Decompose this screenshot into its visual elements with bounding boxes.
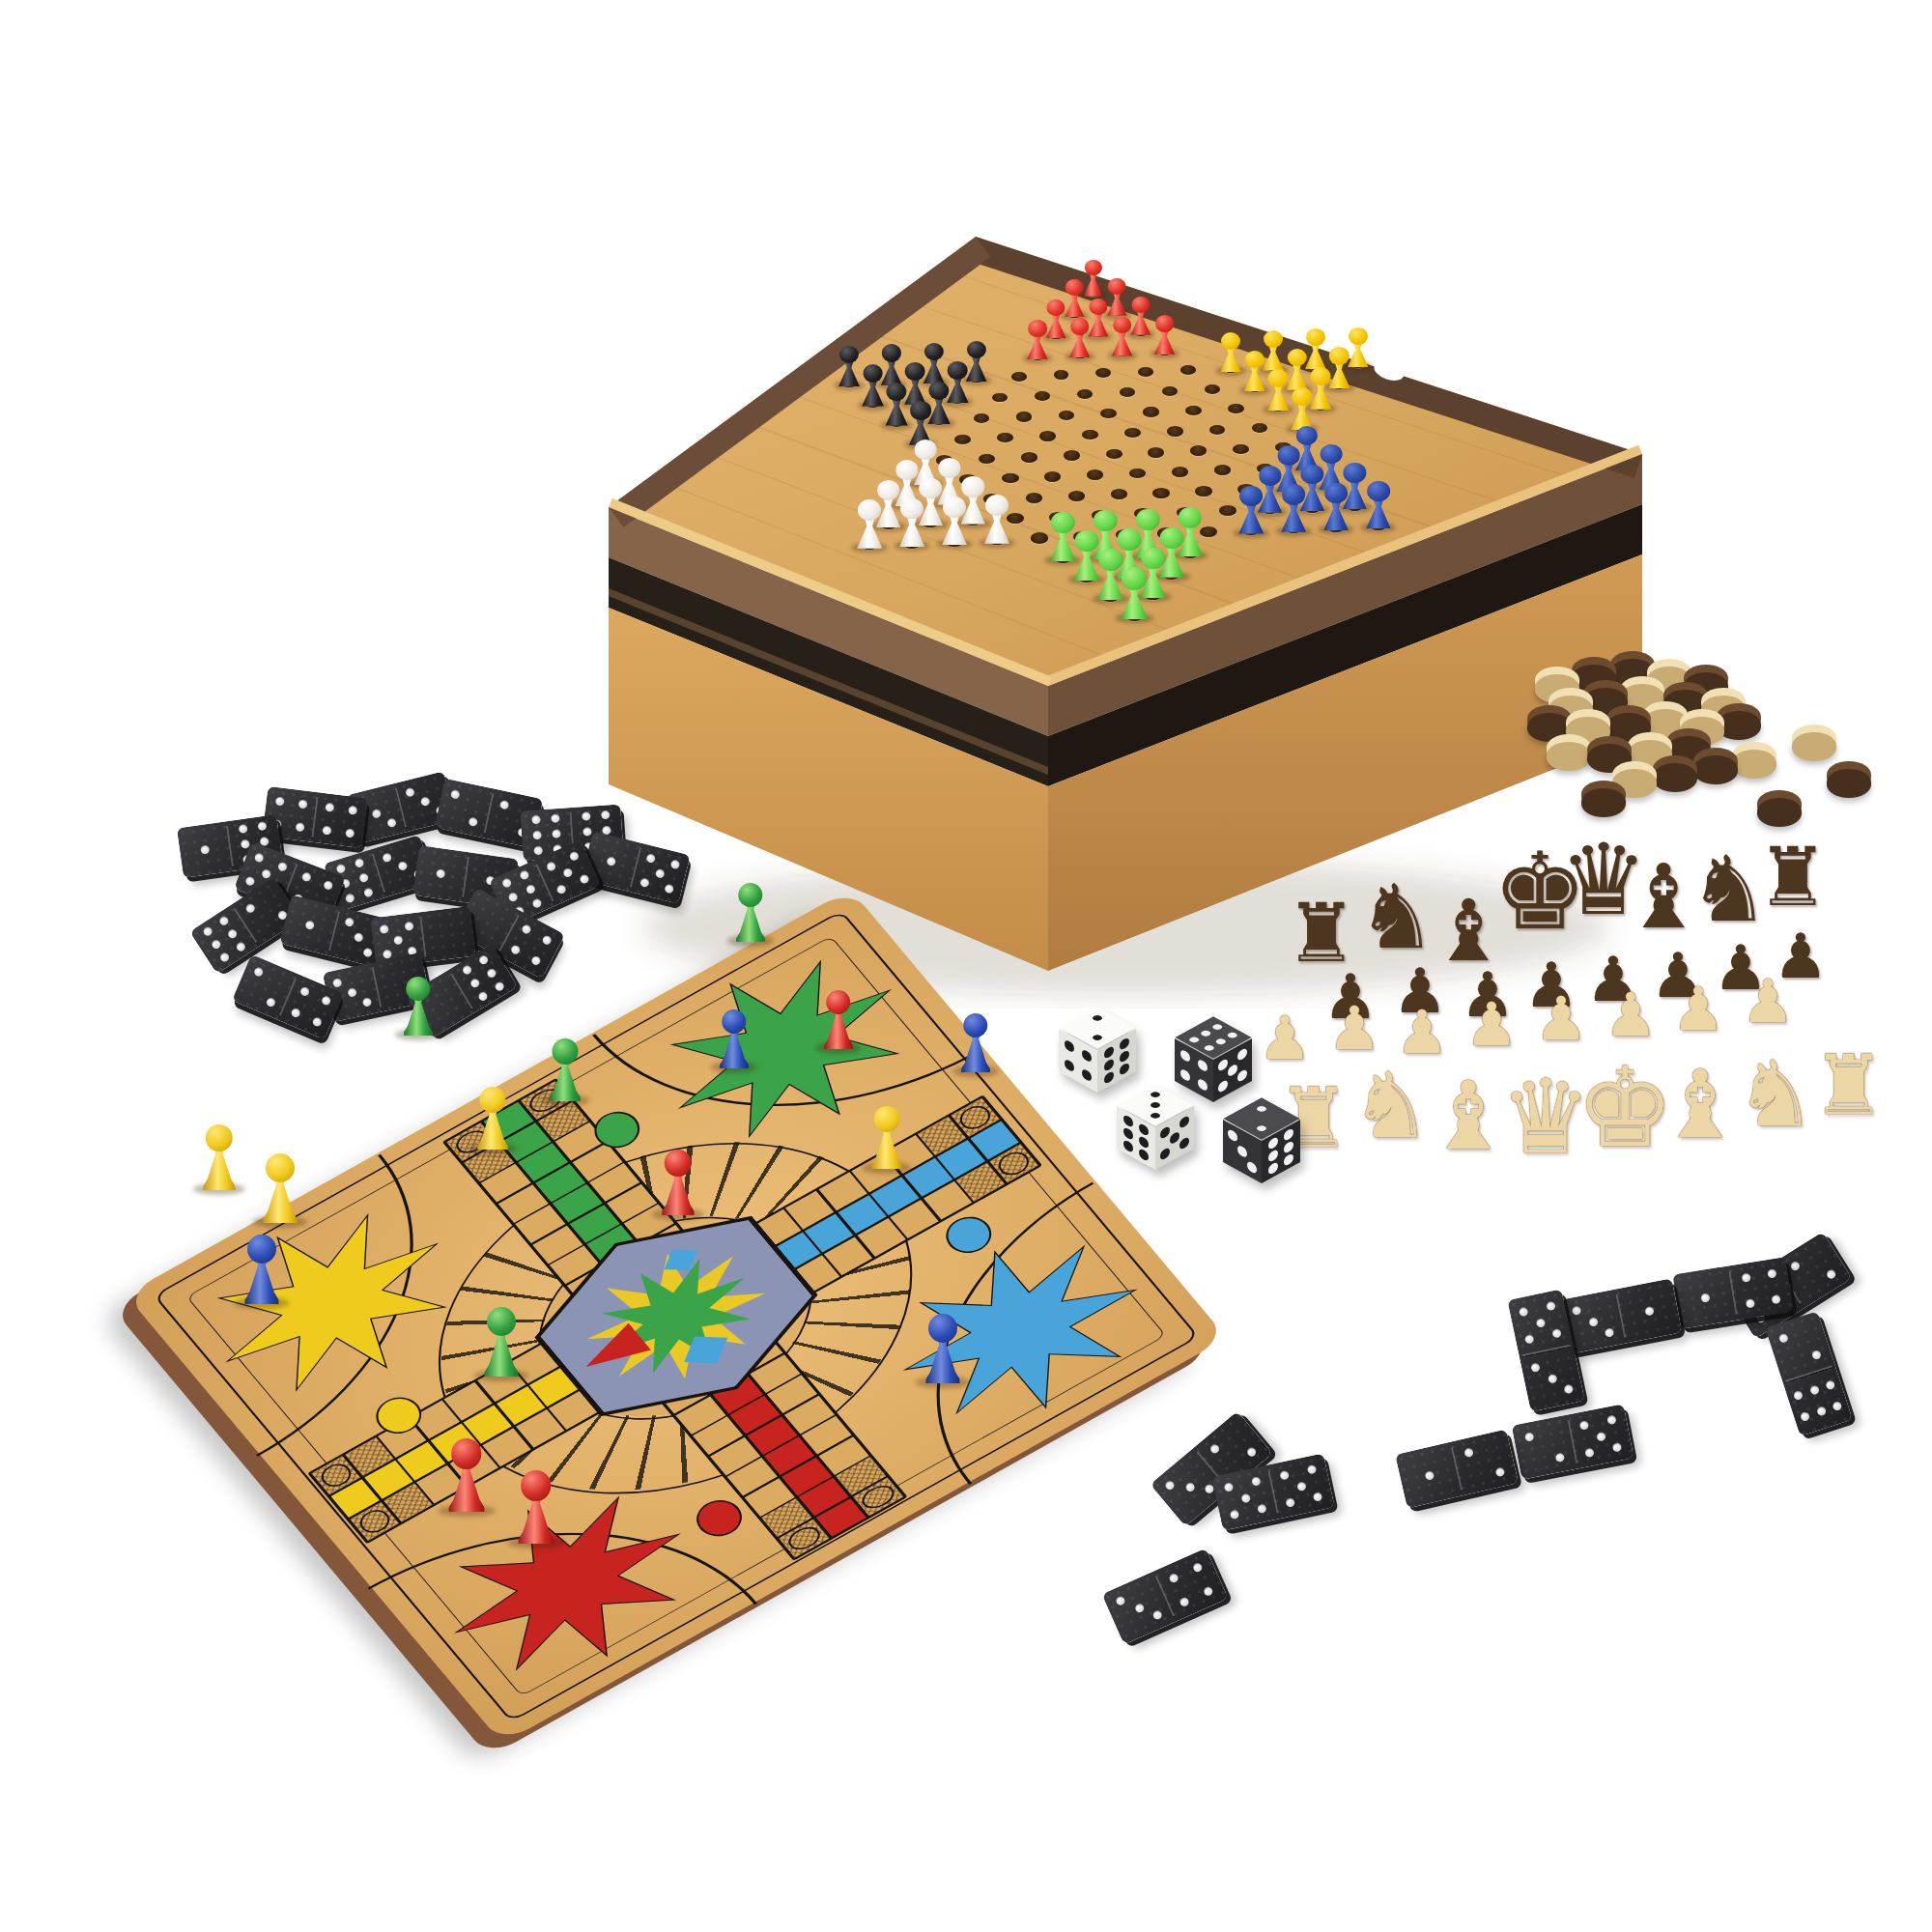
domino-pip bbox=[521, 923, 532, 935]
ludo-pawn-blue[interactable] bbox=[719, 1009, 750, 1068]
ludo-pawn-yellow[interactable] bbox=[476, 1087, 509, 1150]
peg-head bbox=[1324, 483, 1348, 503]
domino-pip bbox=[1808, 1384, 1819, 1395]
domino-pip bbox=[1824, 1379, 1834, 1390]
peg-head bbox=[1094, 510, 1117, 531]
domino-pip bbox=[510, 944, 522, 955]
peg-head bbox=[1311, 367, 1331, 385]
die-pip bbox=[1065, 1058, 1074, 1072]
peg-head bbox=[863, 364, 883, 383]
peg-head bbox=[1259, 466, 1281, 486]
peg-head bbox=[985, 495, 1009, 516]
die-pip bbox=[1149, 1091, 1162, 1098]
domino-pip bbox=[371, 809, 382, 819]
domino-pip bbox=[393, 935, 403, 945]
domino-pip bbox=[469, 978, 480, 989]
board-hole bbox=[1035, 391, 1050, 401]
checkers-disc-dark[interactable] bbox=[1581, 788, 1626, 817]
peg-red[interactable] bbox=[1153, 315, 1176, 355]
chess-piece-light-pawn[interactable]: ♟ bbox=[1534, 989, 1588, 1049]
checkers-disc-dark[interactable] bbox=[1527, 713, 1572, 742]
peg-black[interactable] bbox=[908, 401, 933, 444]
domino-pip bbox=[1596, 1431, 1606, 1441]
die-pip bbox=[1247, 1160, 1257, 1175]
peg-head bbox=[1264, 330, 1283, 348]
peg-head bbox=[895, 460, 918, 480]
peg-head bbox=[910, 401, 931, 420]
domino-pip bbox=[362, 948, 373, 958]
die-pip bbox=[1104, 1058, 1114, 1072]
chess-piece-light-knight[interactable]: ♞ bbox=[1350, 1061, 1432, 1151]
die-pip bbox=[1237, 1068, 1247, 1083]
chess-piece-light-pawn[interactable]: ♟ bbox=[1327, 999, 1381, 1059]
domino-pip bbox=[664, 884, 674, 895]
domino-pip bbox=[1831, 1401, 1841, 1411]
peg-red[interactable] bbox=[1068, 318, 1091, 357]
checkers-disc-dark[interactable] bbox=[1693, 755, 1738, 784]
board-hole bbox=[1162, 386, 1178, 396]
domino-pip bbox=[1151, 1608, 1163, 1620]
board-hole bbox=[1068, 491, 1086, 501]
domino-pip bbox=[1563, 1384, 1574, 1395]
domino-pip bbox=[275, 796, 285, 806]
die-pip bbox=[1284, 1152, 1293, 1167]
domino-pip bbox=[499, 800, 510, 810]
peg-head bbox=[1131, 297, 1150, 313]
domino-half bbox=[1568, 1404, 1634, 1468]
die-black-4[interactable] bbox=[1221, 1088, 1337, 1196]
peg-head bbox=[858, 499, 881, 521]
domino-pip bbox=[358, 872, 369, 883]
peg-head bbox=[1282, 484, 1305, 504]
peg-head bbox=[1159, 527, 1183, 549]
pawn-head bbox=[451, 1438, 482, 1469]
peg-head bbox=[1292, 387, 1312, 406]
domino-pip bbox=[531, 897, 543, 909]
ludo-pawn-yellow[interactable] bbox=[870, 1106, 903, 1169]
peg-head bbox=[1296, 426, 1318, 445]
domino-pip bbox=[530, 954, 542, 966]
peg-black[interactable] bbox=[838, 346, 861, 387]
domino-pip bbox=[582, 812, 591, 822]
board-hole bbox=[1044, 471, 1061, 482]
domino-pip bbox=[1547, 1374, 1557, 1384]
peg-blue[interactable] bbox=[1237, 486, 1264, 534]
die-pip bbox=[1123, 1139, 1133, 1153]
domino-pip bbox=[265, 997, 276, 1009]
domino-half bbox=[420, 906, 476, 962]
peg-blue[interactable] bbox=[1280, 484, 1307, 532]
die-pip bbox=[1160, 1147, 1170, 1161]
die-pip bbox=[1198, 1058, 1207, 1072]
domino-pip bbox=[486, 967, 497, 979]
ludo-pawn-blue[interactable] bbox=[243, 1235, 280, 1304]
domino-pip bbox=[382, 852, 392, 863]
ludo-pawn-yellow[interactable] bbox=[202, 1124, 237, 1190]
domino-pip bbox=[362, 997, 373, 1008]
board-hole bbox=[1205, 384, 1220, 394]
chess-piece-light-queen[interactable]: ♛ bbox=[1499, 1066, 1591, 1169]
peg-head bbox=[915, 440, 937, 459]
domino-pip bbox=[344, 893, 355, 903]
domino-pip bbox=[322, 826, 331, 836]
domino-pip bbox=[1313, 1491, 1323, 1501]
domino-pip bbox=[200, 845, 210, 855]
domino-pip bbox=[1463, 1447, 1474, 1458]
domino-pip bbox=[507, 892, 519, 903]
domino-pip bbox=[323, 880, 334, 892]
checkers-disc-light[interactable] bbox=[1792, 732, 1836, 761]
domino-pip bbox=[1164, 1479, 1177, 1492]
domino-pip bbox=[1530, 1362, 1541, 1373]
peg-white[interactable] bbox=[898, 498, 925, 547]
peg-head bbox=[1136, 509, 1159, 530]
ludo-pawn-red[interactable] bbox=[661, 1150, 696, 1215]
peg-head bbox=[877, 480, 900, 500]
peg-red[interactable] bbox=[1111, 317, 1133, 356]
peg-head bbox=[1085, 260, 1102, 275]
domino-pip bbox=[1519, 1306, 1529, 1317]
domino-pip bbox=[1307, 1464, 1318, 1475]
domino-half bbox=[1729, 1257, 1794, 1321]
board-hole bbox=[1026, 493, 1043, 503]
peg-red[interactable] bbox=[1083, 260, 1104, 297]
chess-piece-light-pawn[interactable]: ♟ bbox=[1671, 980, 1725, 1039]
domino-pip bbox=[1793, 1389, 1804, 1400]
peg-head bbox=[938, 458, 960, 478]
peg-head bbox=[1301, 465, 1323, 485]
domino-pip bbox=[397, 861, 408, 871]
domino-pip bbox=[321, 995, 332, 1007]
peg-head bbox=[1155, 315, 1175, 332]
peg-head bbox=[1028, 320, 1047, 337]
die-pip bbox=[1179, 1115, 1189, 1129]
domino-pip bbox=[296, 822, 305, 832]
pawn-head bbox=[665, 1150, 693, 1178]
domino-pip bbox=[1644, 1305, 1655, 1316]
ludo-pawn-blue[interactable] bbox=[960, 1013, 991, 1072]
board-hole bbox=[1011, 372, 1027, 382]
domino-pip bbox=[450, 789, 461, 800]
domino-half bbox=[412, 845, 469, 902]
domino-pip bbox=[1279, 1470, 1290, 1481]
checkers-disc-dark[interactable] bbox=[1587, 744, 1632, 773]
die-pip bbox=[1226, 1032, 1239, 1039]
board-hole bbox=[1148, 447, 1164, 457]
domino-pip bbox=[253, 852, 265, 864]
domino-pip bbox=[363, 887, 374, 897]
domino-pip bbox=[478, 954, 490, 966]
ludo-pawn-red[interactable] bbox=[447, 1438, 486, 1512]
domino-pip bbox=[210, 939, 221, 951]
chess-piece-dark-king[interactable]: ♚ bbox=[1492, 838, 1588, 945]
peg-head bbox=[967, 341, 986, 358]
ludo-pawn-yellow[interactable] bbox=[262, 1153, 298, 1223]
peg-head bbox=[1306, 328, 1325, 346]
domino-pip bbox=[655, 868, 666, 879]
board-hole bbox=[1195, 486, 1212, 497]
peg-head bbox=[1367, 481, 1390, 501]
board-hole bbox=[1031, 532, 1048, 543]
board-hole bbox=[1180, 365, 1196, 375]
peg-yellow[interactable] bbox=[1266, 369, 1291, 412]
die-pip bbox=[1268, 1135, 1278, 1150]
die-pip bbox=[1268, 1161, 1278, 1176]
peg-head bbox=[1113, 317, 1132, 334]
die-pip bbox=[1149, 1101, 1162, 1109]
board-hole bbox=[1106, 449, 1122, 460]
peg-yellow[interactable] bbox=[1290, 387, 1314, 431]
domino-pip bbox=[1767, 1268, 1776, 1278]
die-pip bbox=[1180, 1048, 1190, 1063]
domino-pip bbox=[1578, 1420, 1589, 1431]
die-pip bbox=[1237, 1144, 1247, 1158]
pawn-head bbox=[963, 1013, 988, 1038]
domino-pip bbox=[202, 926, 213, 938]
die-pip bbox=[1139, 1135, 1149, 1150]
peg-head bbox=[887, 383, 907, 401]
domino-pip bbox=[601, 810, 611, 820]
checkers-disc-dark[interactable] bbox=[1653, 763, 1697, 792]
domino-half bbox=[1267, 1453, 1335, 1519]
die-pip bbox=[1120, 1037, 1129, 1051]
domino-pip bbox=[1605, 1327, 1615, 1338]
domino-half bbox=[177, 821, 234, 878]
pawn-head bbox=[266, 1153, 295, 1182]
domino-pip bbox=[461, 964, 472, 976]
die-pip bbox=[1255, 1105, 1268, 1113]
product-photo-stage: ♜♞♝♚♛♝♞♜♟♟♟♟♟♟♟♟♟♟♟♟♟♟♟♟♜♞♝♛♚♝♞♜ bbox=[0, 0, 1932, 1932]
domino-half bbox=[1616, 1278, 1683, 1343]
die-pip bbox=[1139, 1148, 1149, 1162]
chess-piece-dark-knight[interactable]: ♞ bbox=[1357, 873, 1436, 962]
peg-head bbox=[928, 382, 949, 400]
domino-pip bbox=[348, 806, 357, 815]
board-hole bbox=[1064, 450, 1080, 461]
peg-head bbox=[1221, 332, 1240, 350]
die-pip bbox=[1091, 1014, 1104, 1022]
domino-pip bbox=[1183, 1481, 1196, 1493]
domino-pip bbox=[355, 858, 365, 868]
die-pip bbox=[1255, 1124, 1268, 1132]
domino-pip bbox=[533, 845, 543, 855]
domino-pip bbox=[670, 859, 681, 869]
die-pip bbox=[1149, 1112, 1162, 1120]
domino-pip bbox=[562, 867, 574, 878]
pawn-head bbox=[873, 1106, 899, 1132]
die-pip bbox=[1218, 1058, 1228, 1072]
checkers-disc-dark[interactable] bbox=[1606, 713, 1651, 742]
board-hole bbox=[1082, 430, 1098, 440]
domino-pip bbox=[325, 803, 334, 812]
ludo-pawn-green[interactable] bbox=[735, 883, 766, 942]
domino-pip bbox=[1296, 1481, 1307, 1492]
peg-white[interactable] bbox=[983, 495, 1010, 543]
domino-pip bbox=[1545, 1300, 1555, 1311]
peg-head bbox=[839, 346, 859, 363]
board-hole bbox=[1016, 412, 1032, 421]
peg-white[interactable] bbox=[941, 497, 968, 545]
die-pip bbox=[1139, 1122, 1149, 1136]
board-hole bbox=[1002, 473, 1018, 484]
die-pip bbox=[1082, 1048, 1092, 1063]
peg-head bbox=[1287, 349, 1306, 366]
peg-head bbox=[882, 344, 901, 361]
pawn-head bbox=[826, 990, 851, 1015]
peg-head bbox=[924, 343, 944, 360]
die-pip bbox=[1123, 1114, 1133, 1128]
domino-pip bbox=[298, 799, 308, 809]
die-pip bbox=[1179, 1136, 1189, 1151]
checkers-disc-dark[interactable] bbox=[1757, 798, 1802, 827]
peg-head bbox=[1329, 347, 1349, 364]
domino-pip bbox=[332, 978, 343, 988]
board-hole bbox=[1059, 411, 1074, 420]
ludo-pawn-red[interactable] bbox=[517, 1470, 555, 1544]
peg-red[interactable] bbox=[1026, 320, 1048, 359]
peg-black[interactable] bbox=[861, 364, 885, 406]
chess-piece-light-pawn[interactable]: ♟ bbox=[1604, 985, 1658, 1045]
die-pip bbox=[1123, 1126, 1133, 1141]
chess-piece-dark-bishop[interactable]: ♝ bbox=[1624, 853, 1703, 942]
die-pip bbox=[1120, 1049, 1129, 1064]
domino-pip bbox=[404, 922, 413, 931]
domino-pip bbox=[553, 829, 562, 838]
pawn-head bbox=[479, 1087, 505, 1113]
ludo-pawn-green[interactable] bbox=[483, 1307, 520, 1377]
peg-white[interactable] bbox=[856, 499, 884, 548]
domino-pip bbox=[1208, 1442, 1221, 1455]
die-pip bbox=[1170, 1130, 1179, 1145]
domino-pip bbox=[1778, 1332, 1789, 1343]
ludo-pawn-blue[interactable] bbox=[924, 1314, 961, 1383]
domino-pip bbox=[582, 827, 592, 837]
ludo-pawn-red[interactable] bbox=[823, 990, 854, 1049]
chess-piece-light-bishop[interactable]: ♝ bbox=[1426, 1068, 1511, 1163]
checkers-disc-light[interactable] bbox=[1547, 742, 1591, 771]
die-pip bbox=[1203, 1044, 1216, 1052]
domino-half bbox=[1519, 1345, 1584, 1412]
checkers-disc-dark[interactable] bbox=[1827, 769, 1871, 798]
board-hole bbox=[1190, 445, 1207, 455]
domino-pip bbox=[1251, 1476, 1262, 1487]
peg-head bbox=[1344, 463, 1366, 483]
board-hole bbox=[1172, 467, 1188, 477]
peg-blue[interactable] bbox=[1365, 481, 1392, 528]
peg-head bbox=[900, 498, 923, 520]
peg-head bbox=[962, 476, 985, 497]
board-hole bbox=[1185, 406, 1201, 415]
die-white-3[interactable] bbox=[1115, 1074, 1231, 1182]
domino-pip bbox=[1815, 1406, 1826, 1417]
pawn-head bbox=[928, 1314, 957, 1343]
peg-head bbox=[920, 478, 943, 498]
domino-pip bbox=[436, 868, 445, 878]
domino-pip bbox=[311, 1016, 323, 1028]
domino-pip bbox=[1612, 1441, 1623, 1452]
domino-pip bbox=[500, 878, 512, 890]
chess-piece-light-knight[interactable]: ♞ bbox=[1735, 1049, 1816, 1140]
peg-yellow[interactable] bbox=[1219, 332, 1242, 373]
peg-head bbox=[1108, 278, 1126, 295]
peg-head bbox=[1239, 486, 1263, 506]
peg-black[interactable] bbox=[885, 383, 909, 425]
pawn-head bbox=[206, 1124, 234, 1152]
pawn-head bbox=[521, 1470, 552, 1501]
domino-pip bbox=[1572, 1305, 1582, 1316]
peg-head bbox=[1070, 318, 1090, 335]
die-pip bbox=[1228, 1128, 1237, 1143]
peg-head bbox=[1089, 298, 1107, 315]
peg-head bbox=[1122, 567, 1147, 589]
domino-pip bbox=[526, 883, 537, 895]
peg-head bbox=[1268, 369, 1289, 387]
die-pip bbox=[1284, 1140, 1293, 1154]
chess-piece-light-pawn[interactable]: ♟ bbox=[1464, 995, 1519, 1055]
peg-head bbox=[1065, 279, 1084, 296]
die-pip bbox=[1214, 1037, 1228, 1045]
peg-head bbox=[1244, 351, 1264, 368]
peg-red[interactable] bbox=[1106, 278, 1127, 316]
domino-pip bbox=[344, 917, 355, 927]
domino-pip bbox=[1584, 1447, 1595, 1458]
domino-pip bbox=[345, 828, 355, 838]
domino-pip bbox=[335, 864, 346, 874]
peg-green[interactable] bbox=[1120, 567, 1149, 619]
board-hole bbox=[1054, 370, 1069, 380]
peg-blue[interactable] bbox=[1322, 483, 1350, 531]
domino-pip bbox=[1192, 1562, 1204, 1574]
domino-pip bbox=[244, 902, 256, 914]
checkers-disc-light[interactable] bbox=[1732, 750, 1776, 779]
domino-pip bbox=[1223, 1482, 1234, 1492]
domino-half bbox=[312, 792, 368, 848]
peg-head bbox=[1051, 512, 1074, 533]
board-hole bbox=[1219, 505, 1236, 516]
peg-head bbox=[1349, 327, 1368, 345]
board-hole bbox=[1228, 404, 1243, 413]
board-hole bbox=[1039, 431, 1056, 440]
peg-red[interactable] bbox=[1064, 279, 1085, 317]
die-pip bbox=[1210, 1023, 1224, 1031]
domino-pip bbox=[1285, 1497, 1295, 1508]
die-pip bbox=[1160, 1125, 1170, 1140]
domino-pip bbox=[1240, 1492, 1251, 1503]
peg-yellow[interactable] bbox=[1243, 351, 1266, 392]
domino-pip bbox=[1203, 1585, 1214, 1597]
pawn-head bbox=[487, 1307, 516, 1336]
domino-pip bbox=[347, 987, 357, 998]
die-pip bbox=[1187, 1036, 1201, 1043]
domino-pip bbox=[405, 787, 415, 798]
domino-pip bbox=[1424, 1469, 1435, 1480]
ludo-pawn-green[interactable] bbox=[549, 1038, 582, 1101]
domino-pip bbox=[1524, 1334, 1535, 1345]
chess-piece-light-rook[interactable]: ♜ bbox=[1811, 1043, 1886, 1126]
domino-pip bbox=[546, 861, 557, 872]
domino-pip bbox=[1115, 1595, 1126, 1606]
domino-pip bbox=[238, 824, 247, 834]
peg-head bbox=[1320, 444, 1342, 464]
domino-pip bbox=[277, 861, 289, 872]
board-hole bbox=[1021, 452, 1037, 463]
ludo-pawn-green[interactable] bbox=[403, 977, 434, 1036]
domino-pip bbox=[1495, 1466, 1506, 1477]
chess-piece-light-pawn[interactable]: ♟ bbox=[1741, 972, 1795, 1032]
domino-pip bbox=[299, 986, 311, 998]
die-pip bbox=[1065, 1038, 1074, 1053]
domino-pip bbox=[1746, 1297, 1755, 1307]
